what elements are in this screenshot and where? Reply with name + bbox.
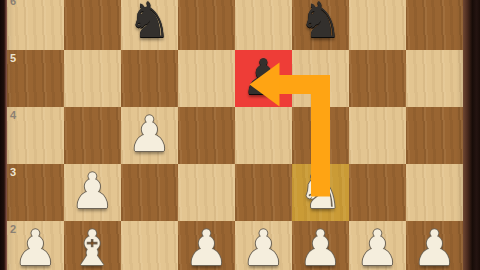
board-frame-left <box>0 0 7 270</box>
square-h5[interactable] <box>406 50 463 107</box>
square-a3[interactable]: 3 <box>7 164 64 221</box>
chess-board[interactable]: 6♞♞5♟4♟3♟♞2♟♝♟♟♟♟♟ <box>7 0 463 270</box>
square-b5[interactable] <box>64 50 121 107</box>
rank-label-5: 5 <box>10 52 16 64</box>
white-pawn[interactable]: ♟ <box>406 221 463 270</box>
square-e5[interactable]: ♟ <box>235 50 292 107</box>
square-c6[interactable]: ♞ <box>121 0 178 50</box>
white-bishop[interactable]: ♝ <box>64 221 121 270</box>
square-b2[interactable]: ♝ <box>64 221 121 270</box>
square-f6[interactable]: ♞ <box>292 0 349 50</box>
board-frame-right <box>463 0 480 270</box>
square-g4[interactable] <box>349 107 406 164</box>
square-d4[interactable] <box>178 107 235 164</box>
square-d2[interactable]: ♟ <box>178 221 235 270</box>
square-f2[interactable]: ♟ <box>292 221 349 270</box>
square-e4[interactable] <box>235 107 292 164</box>
white-pawn[interactable]: ♟ <box>235 221 292 270</box>
square-f3[interactable]: ♞ <box>292 164 349 221</box>
square-c5[interactable] <box>121 50 178 107</box>
square-c2[interactable] <box>121 221 178 270</box>
square-c4[interactable]: ♟ <box>121 107 178 164</box>
square-b6[interactable] <box>64 0 121 50</box>
rank-label-4: 4 <box>10 109 16 121</box>
square-d3[interactable] <box>178 164 235 221</box>
white-pawn[interactable]: ♟ <box>292 221 349 270</box>
square-g5[interactable] <box>349 50 406 107</box>
square-a4[interactable]: 4 <box>7 107 64 164</box>
square-h4[interactable] <box>406 107 463 164</box>
rank-label-3: 3 <box>10 166 16 178</box>
square-g3[interactable] <box>349 164 406 221</box>
black-pawn[interactable]: ♟ <box>235 50 292 107</box>
square-f4[interactable] <box>292 107 349 164</box>
black-knight[interactable]: ♞ <box>121 0 178 50</box>
square-e6[interactable] <box>235 0 292 50</box>
white-pawn[interactable]: ♟ <box>349 221 406 270</box>
square-e3[interactable] <box>235 164 292 221</box>
white-pawn[interactable]: ♟ <box>121 107 178 164</box>
square-g6[interactable] <box>349 0 406 50</box>
square-b4[interactable] <box>64 107 121 164</box>
white-pawn[interactable]: ♟ <box>7 221 64 270</box>
square-h3[interactable] <box>406 164 463 221</box>
white-knight[interactable]: ♞ <box>292 164 349 221</box>
rank-label-6: 6 <box>10 0 16 7</box>
square-d6[interactable] <box>178 0 235 50</box>
black-knight[interactable]: ♞ <box>292 0 349 50</box>
square-a6[interactable]: 6 <box>7 0 64 50</box>
white-pawn[interactable]: ♟ <box>64 164 121 221</box>
square-h6[interactable] <box>406 0 463 50</box>
square-a2[interactable]: 2♟ <box>7 221 64 270</box>
square-g2[interactable]: ♟ <box>349 221 406 270</box>
square-f5[interactable] <box>292 50 349 107</box>
square-e2[interactable]: ♟ <box>235 221 292 270</box>
white-pawn[interactable]: ♟ <box>178 221 235 270</box>
square-c3[interactable] <box>121 164 178 221</box>
square-d5[interactable] <box>178 50 235 107</box>
square-a5[interactable]: 5 <box>7 50 64 107</box>
square-b3[interactable]: ♟ <box>64 164 121 221</box>
square-h2[interactable]: ♟ <box>406 221 463 270</box>
